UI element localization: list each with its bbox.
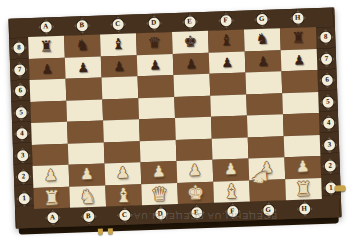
ornament-rank-6: 6 [317, 69, 337, 91]
chess-board: ABCDEFGH ABCDEFGH 87654321 87654321 ♜♞♝♛… [8, 7, 341, 228]
piece-black-bishop: ♝ [111, 37, 125, 52]
square-h3 [284, 134, 321, 157]
square-d5 [138, 97, 175, 120]
square-a5 [30, 100, 67, 123]
square-f3 [212, 137, 249, 160]
piece-white-pawn: ♟ [188, 163, 202, 178]
watermark: ВСЕЦЕНЫ.UA ВСЕЦЕНЫ.UA [62, 211, 277, 221]
square-c4 [103, 119, 140, 142]
ornament-file-e: E [171, 12, 208, 32]
square-c5 [102, 98, 139, 121]
square-e5 [174, 95, 211, 118]
square-f5 [210, 94, 247, 117]
square-f1: ♝ [213, 180, 250, 203]
square-b8: ♞ [64, 35, 101, 58]
piece-black-pawn: ♟ [149, 58, 161, 71]
ornament-rank-5: 5 [11, 102, 31, 124]
ornament-rank-2: 2 [320, 155, 340, 177]
coin-rank-8: 8 [13, 42, 24, 53]
piece-black-pawn: ♟ [185, 57, 197, 70]
square-c7: ♟ [101, 55, 138, 78]
coin-rank-8: 8 [320, 32, 331, 43]
square-h6 [281, 70, 318, 93]
square-g4 [247, 114, 284, 137]
square-f4 [211, 115, 248, 138]
square-h2: ♟ [284, 156, 321, 179]
square-g8: ♞ [244, 28, 281, 51]
piece-white-king: ♚ [187, 183, 205, 203]
piece-white-pawn: ♟ [116, 166, 130, 181]
coin-file-g: G [256, 14, 267, 25]
piece-black-queen: ♛ [147, 36, 161, 51]
play-area: ♜♞♝♛♚♝♞♜♟♟♟♟♟♟♟♟♟♟♟♟♟♟♟♟♜♞♝♛♚♝♞♜ [28, 27, 322, 209]
piece-white-pawn: ♟ [224, 162, 238, 177]
square-b5 [66, 99, 103, 122]
brass-foot [98, 229, 103, 235]
coin-rank-5: 5 [322, 96, 333, 107]
ornament-file-h: H [279, 8, 316, 28]
ornament-rank-6: 6 [11, 80, 31, 102]
square-e4 [175, 117, 212, 140]
square-h5 [282, 91, 319, 114]
square-g5 [246, 93, 283, 116]
coin-file-c: C [112, 19, 123, 30]
ornament-file-c: C [99, 14, 136, 34]
ornament-file-f: F [207, 11, 244, 31]
ornament-file-d: D [135, 13, 172, 33]
square-d4 [139, 118, 176, 141]
square-b4 [67, 121, 104, 144]
piece-white-pawn: ♟ [80, 167, 94, 182]
ornament-rank-3: 3 [320, 134, 340, 156]
square-h1: ♜ [285, 177, 322, 200]
ornament-rank-2: 2 [14, 166, 34, 188]
square-a1: ♜ [33, 186, 70, 209]
piece-black-bishop: ♝ [219, 33, 233, 48]
ornament-file-b: B [63, 16, 100, 36]
square-g7: ♟ [245, 50, 282, 73]
square-f7: ♟ [209, 51, 246, 74]
square-a6 [30, 79, 67, 102]
coin-rank-6: 6 [15, 85, 26, 96]
piece-white-bishop: ♝ [223, 182, 241, 202]
square-f2: ♟ [212, 158, 249, 181]
ornament-file-h: H [286, 199, 323, 219]
square-a7: ♟ [29, 57, 66, 80]
square-e7: ♟ [173, 52, 210, 75]
piece-white-rook: ♜ [43, 188, 61, 208]
coin-rank-7: 7 [14, 64, 25, 75]
square-b3 [68, 142, 105, 165]
square-e6 [173, 74, 210, 97]
square-d7: ♟ [137, 54, 174, 77]
square-a3 [32, 143, 69, 166]
ornament-rank-4: 4 [12, 123, 32, 145]
coin-rank-3: 3 [324, 139, 335, 150]
ornament-rank-7: 7 [317, 48, 337, 70]
piece-black-king: ♚ [183, 34, 197, 49]
ornament-rank-8: 8 [9, 37, 29, 59]
square-h8: ♜ [280, 27, 317, 50]
square-h4 [283, 113, 320, 136]
piece-black-pawn: ♟ [113, 59, 125, 72]
square-a4 [31, 122, 68, 145]
square-b6 [66, 78, 103, 101]
square-b1: ♞ [69, 185, 106, 208]
ornament-file-g: G [243, 9, 280, 29]
square-h7: ♟ [281, 49, 318, 72]
square-d6 [138, 75, 175, 98]
ornament-rank-1: 1 [14, 187, 34, 209]
coin-file-h: H [292, 12, 303, 23]
piece-black-pawn: ♟ [293, 53, 305, 66]
square-a8: ♜ [28, 36, 65, 59]
square-f6 [209, 73, 246, 96]
square-e3 [176, 138, 213, 161]
ornament-rank-7: 7 [10, 59, 30, 81]
piece-white-knight: ♞ [79, 187, 97, 207]
ornament-rank-5: 5 [318, 91, 338, 113]
piece-black-rook: ♜ [291, 31, 305, 46]
ornament-rank-8: 8 [316, 26, 336, 48]
square-g6 [245, 71, 282, 94]
square-c8: ♝ [100, 33, 137, 56]
coin-file-f: F [220, 15, 231, 26]
square-e1: ♚ [177, 181, 214, 204]
coin-file-e: E [184, 16, 195, 27]
ornament-rank-4: 4 [319, 112, 339, 134]
coin-file-d: D [148, 17, 159, 28]
square-c3 [104, 141, 141, 164]
piece-black-rook: ♜ [39, 39, 53, 54]
square-d1: ♛ [141, 182, 178, 205]
coin-rank-7: 7 [321, 53, 332, 64]
square-b7: ♟ [65, 56, 102, 79]
coin-rank-6: 6 [322, 75, 333, 86]
square-b2: ♟ [69, 163, 106, 186]
coin-rank-3: 3 [17, 150, 28, 161]
coin-file-h: H [299, 203, 310, 214]
square-c1: ♝ [105, 184, 142, 207]
piece-white-pawn: ♟ [44, 168, 58, 183]
coin-file-a: A [40, 21, 51, 32]
square-d3 [140, 139, 177, 162]
square-d8: ♛ [136, 32, 173, 55]
piece-black-pawn: ♟ [257, 54, 269, 67]
square-e2: ♟ [177, 160, 214, 183]
coin-file-b: B [76, 20, 87, 31]
square-g1: ♞ [249, 179, 286, 202]
coin-rank-1: 1 [19, 193, 30, 204]
ornament-rank-3: 3 [13, 145, 33, 167]
coin-rank-4: 4 [323, 118, 334, 129]
coin-rank-2: 2 [325, 161, 336, 172]
piece-white-pawn: ♟ [296, 160, 310, 175]
piece-white-bishop: ♝ [115, 185, 133, 205]
piece-white-knight: ♞ [250, 168, 271, 187]
piece-black-pawn: ♟ [77, 61, 89, 74]
ornament-file-a: A [27, 17, 64, 37]
coin-rank-4: 4 [16, 128, 27, 139]
square-c2: ♟ [105, 162, 142, 185]
square-d2: ♟ [141, 161, 178, 184]
chess-set-product-photo: ABCDEFGH ABCDEFGH 87654321 87654321 ♜♞♝♛… [0, 0, 350, 238]
piece-black-knight: ♞ [255, 32, 269, 47]
coin-file-a: A [47, 212, 58, 223]
square-a2: ♟ [33, 165, 70, 188]
brass-foot [108, 228, 113, 234]
square-g3 [248, 136, 285, 159]
piece-white-queen: ♛ [151, 184, 169, 204]
coin-rank-2: 2 [18, 171, 29, 182]
coin-rank-5: 5 [16, 107, 27, 118]
piece-black-pawn: ♟ [221, 56, 233, 69]
square-c6 [102, 76, 139, 99]
piece-black-pawn: ♟ [41, 62, 53, 75]
piece-black-knight: ♞ [75, 38, 89, 53]
piece-white-pawn: ♟ [152, 165, 166, 180]
board-frame: ABCDEFGH ABCDEFGH 87654321 87654321 ♜♞♝♛… [8, 7, 341, 228]
square-f8: ♝ [208, 30, 245, 53]
brass-clasp [334, 185, 345, 191]
square-e8: ♚ [172, 31, 209, 54]
piece-white-rook: ♜ [295, 179, 313, 199]
